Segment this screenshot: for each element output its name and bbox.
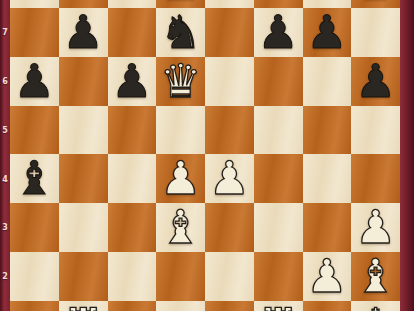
square-a2[interactable]	[10, 252, 59, 301]
square-f4[interactable]	[254, 154, 303, 203]
square-h1[interactable]: ♚	[351, 301, 400, 311]
chess-diagram: ♜♚♟♞♟♟♟♟♛♟♝♟♟♝♟♟♝♜♜♚ 765432	[0, 0, 414, 311]
square-f7[interactable]: ♟	[254, 8, 303, 57]
square-e3[interactable]	[205, 203, 254, 252]
square-b1[interactable]: ♜	[59, 301, 108, 311]
piece-black-pawn-f7: ♟	[258, 8, 299, 57]
square-c4[interactable]	[108, 154, 157, 203]
piece-white-queen-d6: ♛	[160, 57, 201, 106]
piece-white-bishop-d3: ♝	[160, 203, 201, 252]
square-e6[interactable]	[205, 57, 254, 106]
square-g4[interactable]	[303, 154, 352, 203]
square-f1[interactable]: ♜	[254, 301, 303, 311]
piece-white-pawn-g2: ♟	[306, 252, 347, 301]
square-f2[interactable]	[254, 252, 303, 301]
square-a1[interactable]	[10, 301, 59, 311]
chess-board: ♜♚♟♞♟♟♟♟♛♟♝♟♟♝♟♟♝♜♜♚	[10, 0, 400, 311]
square-h8[interactable]: ♚	[351, 0, 400, 8]
square-a7[interactable]	[10, 8, 59, 57]
rank-label-2: 2	[0, 272, 10, 281]
square-f3[interactable]	[254, 203, 303, 252]
piece-black-pawn-b7: ♟	[63, 8, 104, 57]
square-e8[interactable]	[205, 0, 254, 8]
square-c6[interactable]: ♟	[108, 57, 157, 106]
square-g6[interactable]	[303, 57, 352, 106]
square-d7[interactable]: ♞	[156, 8, 205, 57]
piece-white-pawn-e4: ♟	[209, 154, 250, 203]
piece-white-king-h1: ♚	[355, 301, 396, 311]
piece-white-pawn-h3: ♟	[355, 203, 396, 252]
square-b4[interactable]	[59, 154, 108, 203]
square-c3[interactable]	[108, 203, 157, 252]
piece-black-pawn-a6: ♟	[14, 57, 55, 106]
square-c2[interactable]	[108, 252, 157, 301]
square-d4[interactable]: ♟	[156, 154, 205, 203]
square-e7[interactable]	[205, 8, 254, 57]
piece-white-bishop-h2: ♝	[355, 252, 396, 301]
square-d3[interactable]: ♝	[156, 203, 205, 252]
square-e4[interactable]: ♟	[205, 154, 254, 203]
square-h6[interactable]: ♟	[351, 57, 400, 106]
square-b7[interactable]: ♟	[59, 8, 108, 57]
square-d6[interactable]: ♛	[156, 57, 205, 106]
square-g2[interactable]: ♟	[303, 252, 352, 301]
rank-label-5: 5	[0, 125, 10, 134]
square-h7[interactable]	[351, 8, 400, 57]
rank-label-3: 3	[0, 223, 10, 232]
square-c1[interactable]	[108, 301, 157, 311]
square-c7[interactable]	[108, 8, 157, 57]
piece-black-bishop-a4: ♝	[14, 154, 55, 203]
square-a8[interactable]	[10, 0, 59, 8]
square-f5[interactable]	[254, 106, 303, 155]
square-b6[interactable]	[59, 57, 108, 106]
square-h3[interactable]: ♟	[351, 203, 400, 252]
square-h4[interactable]	[351, 154, 400, 203]
square-d5[interactable]	[156, 106, 205, 155]
piece-white-pawn-d4: ♟	[160, 154, 201, 203]
square-g5[interactable]	[303, 106, 352, 155]
piece-black-pawn-g7: ♟	[306, 8, 347, 57]
square-g3[interactable]	[303, 203, 352, 252]
square-a5[interactable]	[10, 106, 59, 155]
board-left-border	[0, 0, 10, 311]
piece-black-pawn-c6: ♟	[111, 57, 152, 106]
square-a4[interactable]: ♝	[10, 154, 59, 203]
square-b2[interactable]	[59, 252, 108, 301]
piece-black-pawn-h6: ♟	[355, 57, 396, 106]
square-f6[interactable]	[254, 57, 303, 106]
square-e5[interactable]	[205, 106, 254, 155]
rank-label-7: 7	[0, 28, 10, 37]
square-h5[interactable]	[351, 106, 400, 155]
square-a3[interactable]	[10, 203, 59, 252]
square-a6[interactable]: ♟	[10, 57, 59, 106]
square-c5[interactable]	[108, 106, 157, 155]
board-right-border	[400, 0, 414, 311]
square-b5[interactable]	[59, 106, 108, 155]
square-d2[interactable]	[156, 252, 205, 301]
piece-black-king-h8: ♚	[355, 0, 396, 8]
piece-black-knight-d7: ♞	[160, 8, 201, 57]
square-g7[interactable]: ♟	[303, 8, 352, 57]
square-c8[interactable]	[108, 0, 157, 8]
square-h2[interactable]: ♝	[351, 252, 400, 301]
square-b3[interactable]	[59, 203, 108, 252]
rank-label-4: 4	[0, 174, 10, 183]
square-d1[interactable]	[156, 301, 205, 311]
square-g1[interactable]	[303, 301, 352, 311]
piece-white-rook-b1: ♜	[63, 301, 104, 311]
rank-label-6: 6	[0, 77, 10, 86]
square-e2[interactable]	[205, 252, 254, 301]
piece-white-rook-f1: ♜	[258, 301, 299, 311]
square-e1[interactable]	[205, 301, 254, 311]
